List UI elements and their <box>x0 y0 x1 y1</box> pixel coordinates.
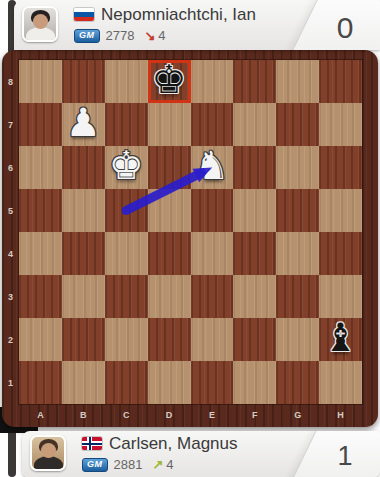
rank-label-2: 2 <box>2 318 19 361</box>
square-d6[interactable] <box>148 146 191 189</box>
square-b7[interactable]: ♟ <box>62 103 105 146</box>
square-d2[interactable] <box>148 318 191 361</box>
russia-flag-icon <box>74 8 94 21</box>
square-g4[interactable] <box>276 232 319 275</box>
avatar-body <box>26 27 55 42</box>
rank-label-3: 3 <box>2 275 19 318</box>
rank-label-4: 4 <box>2 232 19 275</box>
file-label-f: F <box>233 404 276 425</box>
square-g1[interactable] <box>276 361 319 404</box>
player-name-black: Nepomniachtchi, Ian <box>101 5 256 25</box>
rank-label-6: 6 <box>2 146 19 189</box>
player-name-white: Carlsen, Magnus <box>109 434 238 454</box>
file-label-e: E <box>191 404 234 425</box>
file-label-g: G <box>276 404 319 425</box>
square-b8[interactable] <box>62 60 105 103</box>
square-a6[interactable] <box>19 146 62 189</box>
square-b4[interactable] <box>62 232 105 275</box>
rating-change-white: 4 <box>166 457 173 472</box>
avatar-nepomniachtchi <box>22 6 58 42</box>
square-h6[interactable] <box>319 146 362 189</box>
rank-label-1: 1 <box>2 361 19 404</box>
square-e5[interactable] <box>191 189 234 232</box>
square-b3[interactable] <box>62 275 105 318</box>
square-c6[interactable]: ♚ <box>105 146 148 189</box>
square-h7[interactable] <box>319 103 362 146</box>
square-d5[interactable] <box>148 189 191 232</box>
square-f4[interactable] <box>233 232 276 275</box>
rank-labels: 87654321 <box>2 60 19 404</box>
player-card-black: 0 Nepomniachtchi, Ian GM 2778 ↘ 4 <box>14 0 380 50</box>
square-g3[interactable] <box>276 275 319 318</box>
rating-trend-down-icon: ↘ <box>144 28 155 43</box>
square-e8[interactable] <box>191 60 234 103</box>
player-card-white: 1 Carlsen, Magnus GM 2881 ↗ 4 <box>22 431 380 477</box>
square-d1[interactable] <box>148 361 191 404</box>
broadcast-game-panel: 0 Nepomniachtchi, Ian GM 2778 ↘ 4 876543… <box>0 0 380 477</box>
gm-title-badge: GM <box>74 29 100 43</box>
score-area-white: 1 <box>290 431 380 477</box>
square-h8[interactable] <box>319 60 362 103</box>
square-a1[interactable] <box>19 361 62 404</box>
score-area-black: 0 <box>288 0 380 50</box>
white-knight[interactable]: ♞ <box>194 146 229 185</box>
file-label-h: H <box>319 404 362 425</box>
square-c3[interactable] <box>105 275 148 318</box>
square-e1[interactable] <box>191 361 234 404</box>
chess-board: 87654321 ♚♟♚♞♝ ABCDEFGH <box>2 50 378 427</box>
rank-label-7: 7 <box>2 103 19 146</box>
square-a8[interactable] <box>19 60 62 103</box>
square-c4[interactable] <box>105 232 148 275</box>
square-h3[interactable] <box>319 275 362 318</box>
square-c7[interactable] <box>105 103 148 146</box>
rating-change-black: 4 <box>158 28 165 43</box>
square-h1[interactable] <box>319 361 362 404</box>
square-g8[interactable] <box>276 60 319 103</box>
player-rating-black: 2778 <box>106 28 135 43</box>
square-a3[interactable] <box>19 275 62 318</box>
square-c1[interactable] <box>105 361 148 404</box>
black-bishop[interactable]: ♝ <box>323 318 358 357</box>
square-f3[interactable] <box>233 275 276 318</box>
file-labels: ABCDEFGH <box>19 404 362 425</box>
square-c8[interactable] <box>105 60 148 103</box>
square-f6[interactable] <box>233 146 276 189</box>
square-h2[interactable]: ♝ <box>319 318 362 361</box>
white-pawn[interactable]: ♟ <box>66 103 101 142</box>
square-d8[interactable]: ♚ <box>148 60 191 103</box>
square-f2[interactable] <box>233 318 276 361</box>
square-e6[interactable]: ♞ <box>191 146 234 189</box>
score-white: 1 <box>304 431 380 477</box>
avatar-face <box>33 14 48 29</box>
board-squares[interactable]: ♚♟♚♞♝ <box>19 60 362 404</box>
square-b6[interactable] <box>62 146 105 189</box>
square-a7[interactable] <box>19 103 62 146</box>
square-c5[interactable] <box>105 189 148 232</box>
square-f1[interactable] <box>233 361 276 404</box>
square-e4[interactable] <box>191 232 234 275</box>
square-e7[interactable] <box>191 103 234 146</box>
square-f5[interactable] <box>233 189 276 232</box>
square-g5[interactable] <box>276 189 319 232</box>
square-f7[interactable] <box>233 103 276 146</box>
gm-title-badge: GM <box>82 458 108 472</box>
square-g7[interactable] <box>276 103 319 146</box>
file-label-a: A <box>19 404 62 425</box>
square-g2[interactable] <box>276 318 319 361</box>
avatar-body <box>34 456 63 471</box>
square-h4[interactable] <box>319 232 362 275</box>
avatar-face <box>41 443 56 458</box>
square-h5[interactable] <box>319 189 362 232</box>
norway-flag-icon <box>82 437 102 450</box>
square-a4[interactable] <box>19 232 62 275</box>
square-c2[interactable] <box>105 318 148 361</box>
square-a2[interactable] <box>19 318 62 361</box>
square-e2[interactable] <box>191 318 234 361</box>
square-a5[interactable] <box>19 189 62 232</box>
square-b1[interactable] <box>62 361 105 404</box>
avatar-carlsen <box>30 435 66 471</box>
square-d3[interactable] <box>148 275 191 318</box>
rating-trend-up-icon: ↗ <box>152 457 163 472</box>
player-rating-white: 2881 <box>114 457 143 472</box>
square-g6[interactable] <box>276 146 319 189</box>
square-e3[interactable] <box>191 275 234 318</box>
square-b2[interactable] <box>62 318 105 361</box>
square-d4[interactable] <box>148 232 191 275</box>
square-f8[interactable] <box>233 60 276 103</box>
black-king[interactable]: ♚ <box>152 60 187 99</box>
square-d7[interactable] <box>148 103 191 146</box>
file-label-d: D <box>148 404 191 425</box>
square-b5[interactable] <box>62 189 105 232</box>
rank-label-8: 8 <box>2 60 19 103</box>
file-label-b: B <box>62 404 105 425</box>
file-label-c: C <box>105 404 148 425</box>
rank-label-5: 5 <box>2 189 19 232</box>
white-king[interactable]: ♚ <box>109 146 144 185</box>
score-black: 0 <box>304 0 380 50</box>
